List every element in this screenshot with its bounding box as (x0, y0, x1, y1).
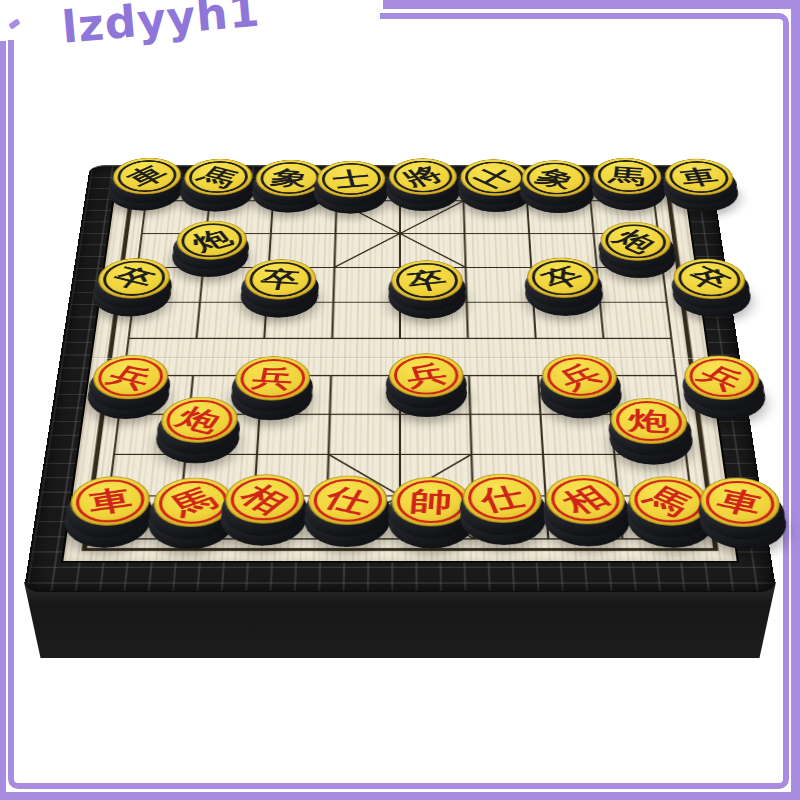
piece-red-advisor[interactable]: 仕 (307, 476, 387, 525)
piece-black-elephant[interactable]: 象 (521, 160, 592, 197)
piece-black-soldier[interactable]: 卒 (96, 258, 172, 298)
piece-glyph: 相 (556, 481, 615, 518)
product-photo-canvas: lzdyyh1 車馬象士將士象馬車炮炮卒卒卒卒卒兵兵兵兵兵炮炮車馬相仕帥仕相馬車 (0, 0, 800, 800)
piece-black-horse[interactable]: 馬 (183, 159, 254, 196)
piece-red-soldier[interactable]: 兵 (234, 356, 311, 400)
piece-glyph: 炮 (609, 226, 662, 256)
piece-black-advisor[interactable]: 士 (317, 161, 386, 198)
board-wood-surface: 車馬象士將士象馬車炮炮卒卒卒卒卒兵兵兵兵兵炮炮車馬相仕帥仕相馬車 (63, 185, 736, 561)
piece-glyph: 兵 (250, 365, 295, 391)
piece-glyph: 卒 (536, 263, 589, 292)
piece-red-chariot[interactable]: 車 (697, 478, 783, 527)
piece-black-chariot[interactable]: 車 (110, 158, 182, 195)
xiangqi-scene: 車馬象士將士象馬車炮炮卒卒卒卒卒兵兵兵兵兵炮炮車馬相仕帥仕相馬車 (0, 0, 800, 800)
piece-glyph: 卒 (682, 263, 736, 294)
piece-glyph: 炮 (187, 226, 237, 254)
piece-glyph: 兵 (694, 361, 750, 395)
board-base-slab (24, 582, 776, 658)
piece-red-soldier[interactable]: 兵 (541, 354, 619, 398)
piece-top-disc: 仕 (307, 476, 387, 525)
piece-glyph: 兵 (552, 360, 608, 393)
piece-glyph: 車 (86, 485, 135, 517)
piece-glyph: 車 (677, 166, 722, 189)
piece-glyph: 炮 (172, 404, 226, 436)
piece-glyph: 兵 (402, 361, 450, 389)
board-frame-meander: 車馬象士將士象馬車炮炮卒卒卒卒卒兵兵兵兵兵炮炮車馬相仕帥仕相馬車 (23, 165, 776, 592)
piece-glyph: 兵 (104, 362, 158, 393)
piece-top-disc: 將 (389, 158, 457, 195)
piece-glyph: 將 (398, 163, 447, 189)
piece-glyph: 帥 (409, 488, 453, 516)
piece-red-elephant[interactable]: 相 (544, 475, 627, 524)
piece-red-soldier[interactable]: 兵 (90, 355, 170, 399)
piece-black-soldier[interactable]: 卒 (526, 258, 600, 298)
piece-red-soldier[interactable]: 兵 (389, 353, 464, 397)
piece-top-disc: 士 (317, 161, 386, 198)
piece-red-soldier[interactable]: 兵 (682, 356, 763, 400)
piece-top-disc: 帥 (391, 477, 471, 526)
piece-black-cannon[interactable]: 炮 (175, 221, 249, 260)
piece-glyph: 馬 (165, 484, 222, 521)
piece-grid: 車馬象士將士象馬車炮炮卒卒卒卒卒兵兵兵兵兵炮炮車馬相仕帥仕相馬車 (63, 185, 736, 561)
piece-glyph: 車 (121, 162, 173, 190)
piece-red-advisor[interactable]: 仕 (462, 474, 543, 523)
piece-black-general[interactable]: 將 (389, 158, 457, 195)
piece-glyph: 車 (714, 485, 766, 519)
piece-top-disc: 仕 (462, 474, 543, 523)
piece-glyph: 仕 (320, 483, 375, 517)
piece-glyph: 相 (235, 480, 295, 517)
piece-glyph: 炮 (628, 408, 669, 435)
piece-glyph: 卒 (404, 268, 449, 294)
piece-glyph: 卒 (108, 264, 160, 293)
piece-red-cannon[interactable]: 炮 (159, 397, 239, 443)
piece-glyph: 卒 (259, 267, 302, 291)
piece-black-chariot[interactable]: 車 (663, 159, 736, 196)
piece-glyph: 馬 (608, 165, 647, 187)
piece-top-disc: 兵 (389, 353, 464, 397)
piece-red-general[interactable]: 帥 (391, 477, 471, 526)
piece-top-disc: 卒 (391, 260, 463, 300)
piece-glyph: 馬 (639, 482, 698, 519)
piece-glyph: 仕 (476, 482, 528, 514)
piece-red-elephant[interactable]: 相 (224, 474, 306, 523)
piece-black-cannon[interactable]: 炮 (599, 222, 673, 261)
piece-black-horse[interactable]: 馬 (592, 158, 664, 195)
piece-black-soldier[interactable]: 卒 (391, 260, 463, 300)
piece-glyph: 象 (532, 165, 580, 191)
piece-glyph: 馬 (194, 164, 244, 190)
xiangqi-board: 車馬象士將士象馬車炮炮卒卒卒卒卒兵兵兵兵兵炮炮車馬相仕帥仕相馬車 (23, 165, 776, 592)
piece-glyph: 士 (469, 164, 521, 192)
piece-red-chariot[interactable]: 車 (67, 476, 152, 525)
piece-glyph: 象 (269, 167, 311, 189)
piece-glyph: 士 (331, 168, 373, 191)
piece-red-cannon[interactable]: 炮 (609, 398, 690, 444)
piece-black-soldier[interactable]: 卒 (671, 259, 748, 299)
piece-black-soldier[interactable]: 卒 (243, 259, 317, 299)
